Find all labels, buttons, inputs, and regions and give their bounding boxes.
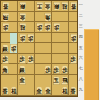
piece-kanji: 歩 xyxy=(20,34,26,41)
piece-kanji: 飛 xyxy=(62,77,68,84)
piece-kanji: 歩 xyxy=(62,66,68,73)
piece-kanji: 金 xyxy=(37,87,43,94)
rank-label-7: 七 xyxy=(78,67,84,71)
piece-kanji: 玉 xyxy=(54,77,60,84)
piece-kanji: 香 xyxy=(71,87,77,94)
piece-kanji: 香 xyxy=(71,3,77,10)
rank-label-8: 八 xyxy=(78,77,84,81)
piece-kanji: 歩 xyxy=(71,34,77,41)
piece-kanji: 歩 xyxy=(54,24,60,31)
rank-label-2: 二 xyxy=(78,14,84,18)
piece-kanji: 歩 xyxy=(20,55,26,62)
piece-kanji: 歩 xyxy=(3,24,9,31)
piece-kanji: 香 xyxy=(3,87,9,94)
piece-kanji: 桂 xyxy=(20,24,26,31)
piece-kanji: 王 xyxy=(37,3,43,10)
rank-label-9: 九 xyxy=(78,88,84,92)
piece-kanji: 角 xyxy=(45,13,51,20)
komadai-right[interactable] xyxy=(84,29,99,101)
piece-kanji: 桂 xyxy=(62,87,68,94)
rank-label-1: 一 xyxy=(78,3,84,7)
piece-kanji: 銀 xyxy=(54,3,60,10)
piece-kanji: 桂 xyxy=(62,3,68,10)
piece-kanji: 歩 xyxy=(54,66,60,73)
piece-kanji: 歩 xyxy=(71,55,77,62)
piece-kanji: 桂 xyxy=(11,87,17,94)
rank-label-3: 三 xyxy=(78,24,84,28)
piece-kanji: 金 xyxy=(45,87,51,94)
rank-label-6: 六 xyxy=(78,56,84,60)
piece-kanji: 歩 xyxy=(45,66,51,73)
rank-label-5: 五 xyxy=(78,46,84,50)
piece-kanji: 銀 xyxy=(20,66,26,73)
shogi-app: 香銀王金銀桂香飛金角歩桂歩歩歩歩歩歩歩銀歩歩歩歩角銀歩歩歩金玉飛香桂金金桂香 一… xyxy=(0,0,100,100)
shogi-board[interactable]: 香銀王金銀桂香飛金角歩桂歩歩歩歩歩歩歩銀歩歩歩歩角銀歩歩歩金玉飛香桂金金桂香 xyxy=(0,0,78,97)
piece-kanji: 歩 xyxy=(37,24,43,31)
rank-coordinate-labels: 一二三四五六七八九 xyxy=(78,0,84,96)
piece-kanji: 金 xyxy=(20,13,26,20)
piece-kanji: 角 xyxy=(3,66,9,73)
piece-kanji: 銀 xyxy=(3,45,9,52)
highlight-square-last-move-from[interactable] xyxy=(10,33,18,43)
rank-label-4: 四 xyxy=(78,35,84,39)
piece-kanji: 金 xyxy=(45,3,51,10)
piece-kanji: 歩 xyxy=(28,55,34,62)
piece-kanji: 香 xyxy=(3,3,9,10)
piece-kanji: 金 xyxy=(20,77,26,84)
piece-kanji: 飛 xyxy=(3,13,9,20)
piece-kanji: 歩 xyxy=(3,55,9,62)
piece-kanji: 歩 xyxy=(28,34,34,41)
piece-kanji: 歩 xyxy=(45,24,51,31)
piece-kanji: 銀 xyxy=(20,3,26,10)
piece-kanji: 歩 xyxy=(11,45,17,52)
